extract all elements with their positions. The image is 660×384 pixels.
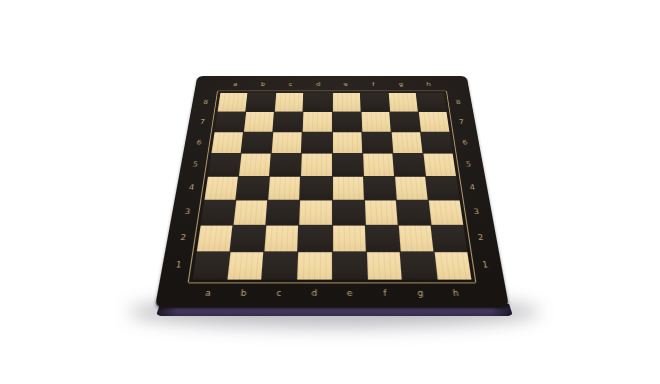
square-e4 — [333, 176, 364, 199]
file-label-a: a — [188, 280, 227, 308]
file-label-g: g — [402, 280, 440, 308]
square-a4 — [205, 176, 239, 199]
square-f1 — [367, 252, 402, 279]
rank-label-6: 6 — [450, 132, 481, 153]
file-label-b: b — [224, 280, 262, 308]
file-label-c: c — [276, 76, 305, 93]
file-labels-top: abcdefgh — [220, 76, 443, 93]
file-label-e: e — [332, 76, 360, 93]
square-b2 — [231, 225, 266, 251]
square-f4 — [364, 176, 396, 199]
rank-label-4: 4 — [175, 176, 208, 200]
square-h8 — [417, 93, 447, 112]
rank-label-2: 2 — [463, 225, 499, 252]
square-b5 — [239, 154, 271, 176]
square-f7 — [361, 112, 390, 132]
square-g8 — [388, 93, 417, 112]
product-photo-stage: abcdefgh abcdefgh 87654321 87654321 — [0, 0, 660, 384]
rank-label-3: 3 — [170, 200, 204, 225]
square-c7 — [274, 112, 303, 132]
square-f6 — [362, 133, 392, 154]
square-a6 — [211, 133, 243, 154]
square-d4 — [301, 176, 332, 199]
square-b3 — [234, 200, 268, 224]
square-g1 — [400, 252, 436, 279]
square-d3 — [300, 200, 332, 224]
square-a5 — [208, 154, 241, 176]
square-e3 — [333, 200, 365, 224]
square-c3 — [267, 200, 300, 224]
square-d6 — [302, 133, 331, 154]
square-e1 — [333, 252, 367, 279]
rank-label-1: 1 — [467, 251, 504, 279]
square-e6 — [332, 133, 361, 154]
square-g7 — [390, 112, 420, 132]
square-b6 — [242, 133, 273, 154]
rank-label-6: 6 — [183, 132, 214, 153]
square-h1 — [434, 252, 471, 279]
file-label-e: e — [332, 280, 368, 308]
square-c4 — [269, 176, 301, 199]
file-label-a: a — [220, 76, 250, 93]
square-d8 — [304, 93, 332, 112]
square-h2 — [431, 225, 467, 251]
square-a2 — [197, 225, 233, 251]
square-g2 — [398, 225, 433, 251]
square-d5 — [301, 154, 331, 176]
square-c5 — [270, 154, 301, 176]
rank-label-1: 1 — [160, 251, 197, 279]
rank-label-2: 2 — [165, 225, 201, 252]
file-label-h: h — [414, 76, 444, 93]
square-e5 — [332, 154, 362, 176]
square-h3 — [429, 200, 464, 224]
square-f5 — [363, 154, 394, 176]
square-h7 — [419, 112, 450, 132]
square-h5 — [423, 154, 456, 176]
file-label-g: g — [387, 76, 416, 93]
square-b7 — [244, 112, 274, 132]
rank-label-4: 4 — [456, 176, 489, 200]
square-c6 — [272, 133, 302, 154]
square-g3 — [397, 200, 431, 224]
rank-label-8: 8 — [444, 93, 474, 112]
square-g4 — [395, 176, 428, 199]
square-e8 — [332, 93, 360, 112]
rank-label-7: 7 — [187, 112, 217, 132]
file-labels-bottom: abcdefgh — [188, 280, 475, 308]
rank-label-5: 5 — [179, 154, 211, 176]
square-f2 — [366, 225, 400, 251]
square-a7 — [215, 112, 246, 132]
rank-label-5: 5 — [453, 154, 485, 176]
file-label-h: h — [437, 280, 476, 308]
square-c1 — [263, 252, 298, 279]
rank-label-8: 8 — [191, 93, 221, 112]
file-label-f: f — [359, 76, 388, 93]
square-f8 — [360, 93, 389, 112]
rank-label-3: 3 — [460, 200, 494, 225]
square-f3 — [365, 200, 398, 224]
square-c2 — [265, 225, 299, 251]
square-b8 — [246, 93, 275, 112]
square-d2 — [299, 225, 332, 251]
square-c8 — [275, 93, 304, 112]
file-label-d: d — [296, 280, 332, 308]
square-a8 — [218, 93, 248, 112]
square-d1 — [298, 252, 332, 279]
chess-board: abcdefgh abcdefgh 87654321 87654321 — [155, 76, 509, 308]
board-grid — [193, 93, 472, 280]
rank-label-7: 7 — [446, 112, 476, 132]
square-e7 — [332, 112, 361, 132]
square-h6 — [421, 133, 453, 154]
square-g5 — [393, 154, 425, 176]
square-a1 — [193, 252, 230, 279]
square-a3 — [201, 200, 236, 224]
file-label-b: b — [248, 76, 277, 93]
square-d7 — [303, 112, 332, 132]
square-b4 — [237, 176, 270, 199]
file-label-d: d — [304, 76, 332, 93]
file-label-f: f — [367, 280, 404, 308]
square-b1 — [228, 252, 264, 279]
square-e2 — [333, 225, 366, 251]
file-label-c: c — [260, 280, 297, 308]
square-g6 — [391, 133, 422, 154]
square-h4 — [426, 176, 460, 199]
